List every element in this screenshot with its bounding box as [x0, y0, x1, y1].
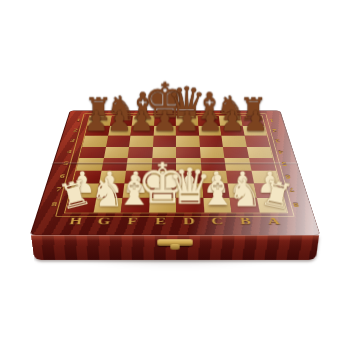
file-label-front-b: B — [231, 215, 261, 228]
square-c4 — [199, 147, 224, 159]
square-b8: ♞ — [230, 197, 260, 212]
square-c2: ♟ — [198, 126, 221, 136]
photo-stage: ♜♞♝♚♛♝♞♜♟♟♟♟♟♟♟♟♟♟♟♟♟♟♟♟♜♞♝♚♛♝♞♜ 1234567… — [0, 0, 350, 350]
piece-dark-pawn-e2: ♟ — [152, 107, 177, 135]
square-a8: ♜ — [256, 197, 287, 212]
board-frame: ♜♞♝♚♛♝♞♜♟♟♟♟♟♟♟♟♟♟♟♟♟♟♟♟♜♞♝♚♛♝♞♜ 1234567… — [30, 111, 321, 236]
folding-chess-box: ♜♞♝♚♛♝♞♜♟♟♟♟♟♟♟♟♟♟♟♟♟♟♟♟♜♞♝♚♛♝♞♜ 1234567… — [30, 111, 321, 236]
square-h3 — [82, 136, 108, 147]
square-e3 — [153, 136, 176, 147]
square-g2: ♟ — [108, 126, 132, 136]
clasp-latch-icon — [157, 239, 193, 249]
file-label-front-c: C — [203, 215, 233, 228]
square-a4 — [246, 147, 272, 159]
square-a3 — [244, 136, 270, 147]
file-label-front-f: F — [118, 215, 148, 228]
square-e2: ♟ — [153, 126, 176, 136]
square-g4 — [103, 147, 129, 159]
square-g3 — [106, 136, 131, 147]
square-a2: ♟ — [242, 126, 267, 136]
square-d3 — [176, 136, 199, 147]
clasp-knob — [170, 244, 179, 250]
product-photo-chess-set: ♜♞♝♚♛♝♞♜♟♟♟♟♟♟♟♟♟♟♟♟♟♟♟♟♜♞♝♚♛♝♞♜ 1234567… — [0, 0, 350, 350]
file-label-front-g: G — [89, 215, 119, 228]
piece-dark-pawn-c2: ♟ — [198, 107, 223, 135]
file-label-front-d: D — [175, 215, 204, 228]
square-b2: ♟ — [220, 126, 244, 136]
square-b3 — [221, 136, 246, 147]
file-label-front-a: A — [259, 215, 290, 228]
square-c3 — [199, 136, 223, 147]
piece-dark-pawn-d2: ♟ — [175, 107, 200, 135]
box-front-face — [31, 235, 319, 260]
file-label-front-h: H — [60, 215, 91, 228]
square-h4 — [79, 147, 105, 159]
chess-board: ♜♞♝♚♛♝♞♜♟♟♟♟♟♟♟♟♟♟♟♟♟♟♟♟♜♞♝♚♛♝♞♜ — [64, 116, 288, 214]
square-d2: ♟ — [176, 126, 199, 136]
piece-dark-pawn-a2: ♟ — [243, 107, 268, 135]
piece-light-rook-a8: ♜ — [258, 174, 296, 215]
piece-dark-pawn-b2: ♟ — [220, 107, 245, 135]
piece-dark-pawn-f2: ♟ — [129, 107, 154, 135]
piece-dark-pawn-h2: ♟ — [84, 107, 109, 135]
square-b4 — [223, 147, 249, 159]
piece-dark-pawn-g2: ♟ — [107, 107, 132, 135]
square-f3 — [129, 136, 153, 147]
square-f2: ♟ — [130, 126, 153, 136]
file-label-front-e: E — [146, 215, 175, 228]
